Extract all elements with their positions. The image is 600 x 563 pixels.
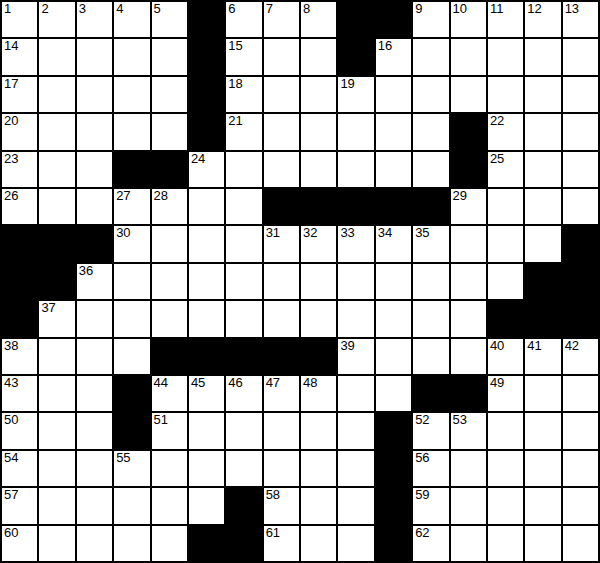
crossword-cell[interactable] bbox=[525, 413, 560, 448]
crossword-cell[interactable] bbox=[77, 339, 112, 374]
clue-number: 5 bbox=[154, 2, 161, 17]
crossword-cell[interactable] bbox=[189, 488, 224, 523]
crossword-cell[interactable]: 11 bbox=[488, 2, 523, 37]
crossword-cell[interactable] bbox=[413, 264, 448, 299]
crossword-cell[interactable] bbox=[114, 39, 149, 74]
crossword-cell[interactable]: 48 bbox=[301, 376, 336, 411]
clue-number: 28 bbox=[154, 189, 168, 204]
crossword-cell[interactable] bbox=[189, 189, 224, 224]
black-cell bbox=[563, 264, 598, 299]
crossword-cell[interactable] bbox=[152, 39, 187, 74]
crossword-cell[interactable] bbox=[525, 376, 560, 411]
clue-number: 36 bbox=[79, 264, 93, 279]
crossword-cell[interactable] bbox=[39, 339, 74, 374]
crossword-cell[interactable]: 57 bbox=[2, 488, 37, 523]
crossword-cell[interactable]: 34 bbox=[376, 226, 411, 261]
black-cell bbox=[525, 301, 560, 336]
clue-number: 9 bbox=[415, 2, 422, 17]
crossword-cell[interactable] bbox=[301, 77, 336, 112]
crossword-cell[interactable] bbox=[77, 301, 112, 336]
crossword-cell[interactable]: 19 bbox=[338, 77, 373, 112]
crossword-cell[interactable]: 18 bbox=[226, 77, 261, 112]
crossword-cell[interactable] bbox=[39, 413, 74, 448]
clue-number: 10 bbox=[453, 2, 467, 17]
crossword-cell[interactable]: 32 bbox=[301, 226, 336, 261]
crossword-cell[interactable] bbox=[563, 152, 598, 187]
crossword-cell[interactable]: 54 bbox=[2, 451, 37, 486]
crossword-cell[interactable] bbox=[152, 301, 187, 336]
clue-number: 3 bbox=[79, 2, 86, 17]
crossword-cell[interactable] bbox=[563, 114, 598, 149]
crossword-cell[interactable] bbox=[77, 413, 112, 448]
clue-number: 42 bbox=[565, 339, 579, 354]
crossword-cell[interactable]: 52 bbox=[413, 413, 448, 448]
crossword-cell[interactable]: 59 bbox=[413, 488, 448, 523]
crossword-cell[interactable] bbox=[488, 488, 523, 523]
clue-number: 18 bbox=[228, 77, 242, 92]
clue-number: 1 bbox=[4, 2, 11, 17]
crossword-cell[interactable]: 50 bbox=[2, 413, 37, 448]
crossword-cell[interactable] bbox=[77, 77, 112, 112]
crossword-cell[interactable]: 47 bbox=[264, 376, 299, 411]
clue-number: 51 bbox=[154, 413, 168, 428]
crossword-cell[interactable] bbox=[451, 488, 486, 523]
crossword-cell[interactable]: 35 bbox=[413, 226, 448, 261]
crossword-cell[interactable] bbox=[301, 114, 336, 149]
clue-number: 20 bbox=[4, 114, 18, 129]
black-cell bbox=[376, 451, 411, 486]
clue-number: 31 bbox=[266, 226, 280, 241]
crossword-cell[interactable] bbox=[525, 114, 560, 149]
black-cell bbox=[376, 189, 411, 224]
crossword-cell[interactable]: 2 bbox=[39, 2, 74, 37]
black-cell bbox=[2, 226, 37, 261]
crossword-cell[interactable] bbox=[226, 413, 261, 448]
crossword-cell[interactable] bbox=[39, 152, 74, 187]
crossword-cell[interactable] bbox=[264, 264, 299, 299]
crossword-cell[interactable] bbox=[488, 526, 523, 561]
crossword-cell[interactable] bbox=[39, 526, 74, 561]
clue-number: 6 bbox=[228, 2, 235, 17]
crossword-cell[interactable]: 56 bbox=[413, 451, 448, 486]
black-cell bbox=[226, 339, 261, 374]
crossword-cell[interactable] bbox=[39, 376, 74, 411]
crossword-cell[interactable] bbox=[301, 526, 336, 561]
crossword-cell[interactable] bbox=[226, 264, 261, 299]
crossword-cell[interactable] bbox=[301, 413, 336, 448]
clue-number: 22 bbox=[490, 114, 504, 129]
clue-number: 16 bbox=[378, 39, 392, 54]
crossword-cell[interactable]: 24 bbox=[189, 152, 224, 187]
clue-number: 48 bbox=[303, 376, 317, 391]
crossword-cell[interactable] bbox=[376, 264, 411, 299]
crossword-cell[interactable] bbox=[77, 451, 112, 486]
crossword-cell[interactable] bbox=[77, 526, 112, 561]
crossword-cell[interactable] bbox=[338, 413, 373, 448]
crossword-cell[interactable]: 53 bbox=[451, 413, 486, 448]
crossword-cell[interactable] bbox=[114, 264, 149, 299]
clue-number: 8 bbox=[303, 2, 310, 17]
clue-number: 47 bbox=[266, 376, 280, 391]
crossword-cell[interactable] bbox=[338, 526, 373, 561]
black-cell bbox=[376, 413, 411, 448]
crossword-cell[interactable]: 39 bbox=[338, 339, 373, 374]
black-cell bbox=[301, 189, 336, 224]
clue-number: 41 bbox=[527, 339, 541, 354]
crossword-cell[interactable]: 29 bbox=[451, 189, 486, 224]
black-cell bbox=[338, 39, 373, 74]
crossword-cell[interactable] bbox=[226, 451, 261, 486]
clue-number: 40 bbox=[490, 339, 504, 354]
black-cell bbox=[189, 2, 224, 37]
crossword-cell[interactable]: 17 bbox=[2, 77, 37, 112]
crossword-cell[interactable] bbox=[114, 114, 149, 149]
crossword-cell[interactable] bbox=[152, 451, 187, 486]
crossword-cell[interactable]: 49 bbox=[488, 376, 523, 411]
crossword-cell[interactable]: 23 bbox=[2, 152, 37, 187]
black-cell bbox=[376, 526, 411, 561]
crossword-cell[interactable] bbox=[563, 451, 598, 486]
crossword-cell[interactable] bbox=[264, 152, 299, 187]
crossword-cell[interactable] bbox=[264, 77, 299, 112]
crossword-cell[interactable] bbox=[152, 488, 187, 523]
crossword-cell[interactable] bbox=[563, 77, 598, 112]
crossword-cell[interactable] bbox=[226, 301, 261, 336]
clue-number: 55 bbox=[116, 451, 130, 466]
crossword-cell[interactable] bbox=[376, 376, 411, 411]
crossword-cell[interactable]: 13 bbox=[563, 2, 598, 37]
crossword-cell[interactable] bbox=[301, 152, 336, 187]
crossword-cell[interactable] bbox=[563, 189, 598, 224]
crossword-cell[interactable] bbox=[77, 152, 112, 187]
crossword-cell[interactable]: 8 bbox=[301, 2, 336, 37]
crossword-cell[interactable] bbox=[525, 526, 560, 561]
crossword-cell[interactable]: 55 bbox=[114, 451, 149, 486]
black-cell bbox=[338, 189, 373, 224]
black-cell bbox=[114, 413, 149, 448]
clue-number: 56 bbox=[415, 451, 429, 466]
black-cell bbox=[2, 264, 37, 299]
crossword-cell[interactable] bbox=[525, 189, 560, 224]
crossword-cell[interactable]: 51 bbox=[152, 413, 187, 448]
clue-number: 37 bbox=[41, 301, 55, 316]
crossword-cell[interactable]: 62 bbox=[413, 526, 448, 561]
crossword-cell[interactable]: 1 bbox=[2, 2, 37, 37]
crossword-cell[interactable] bbox=[226, 226, 261, 261]
crossword-cell[interactable]: 7 bbox=[264, 2, 299, 37]
black-cell bbox=[189, 114, 224, 149]
crossword-cell[interactable]: 22 bbox=[488, 114, 523, 149]
crossword-cell[interactable]: 46 bbox=[226, 376, 261, 411]
clue-number: 45 bbox=[191, 376, 205, 391]
crossword-cell[interactable] bbox=[39, 77, 74, 112]
crossword-cell[interactable] bbox=[189, 264, 224, 299]
crossword-cell[interactable] bbox=[264, 451, 299, 486]
crossword-cell[interactable] bbox=[338, 301, 373, 336]
crossword-cell[interactable] bbox=[563, 413, 598, 448]
crossword-cell[interactable] bbox=[376, 114, 411, 149]
crossword-cell[interactable] bbox=[264, 114, 299, 149]
black-cell bbox=[376, 488, 411, 523]
crossword-cell[interactable] bbox=[189, 301, 224, 336]
crossword-cell[interactable] bbox=[563, 526, 598, 561]
clue-number: 46 bbox=[228, 376, 242, 391]
crossword-cell[interactable] bbox=[451, 451, 486, 486]
clue-number: 39 bbox=[340, 339, 354, 354]
clue-number: 25 bbox=[490, 152, 504, 167]
black-cell bbox=[114, 152, 149, 187]
crossword-cell[interactable] bbox=[376, 77, 411, 112]
black-cell bbox=[39, 264, 74, 299]
crossword-cell[interactable]: 16 bbox=[376, 39, 411, 74]
crossword-cell[interactable]: 41 bbox=[525, 339, 560, 374]
crossword-cell[interactable] bbox=[525, 488, 560, 523]
black-cell bbox=[451, 376, 486, 411]
clue-number: 54 bbox=[4, 451, 18, 466]
clue-number: 17 bbox=[4, 77, 18, 92]
crossword-cell[interactable] bbox=[77, 39, 112, 74]
black-cell bbox=[226, 526, 261, 561]
black-cell bbox=[488, 301, 523, 336]
crossword-cell[interactable] bbox=[451, 264, 486, 299]
crossword-cell[interactable]: 20 bbox=[2, 114, 37, 149]
clue-number: 60 bbox=[4, 526, 18, 541]
crossword-cell[interactable] bbox=[152, 264, 187, 299]
crossword-cell[interactable] bbox=[525, 77, 560, 112]
clue-number: 38 bbox=[4, 339, 18, 354]
clue-number: 23 bbox=[4, 152, 18, 167]
crossword-cell[interactable]: 61 bbox=[264, 526, 299, 561]
clue-number: 43 bbox=[4, 376, 18, 391]
black-cell bbox=[152, 339, 187, 374]
crossword-cell[interactable] bbox=[413, 301, 448, 336]
crossword-cell[interactable] bbox=[563, 376, 598, 411]
clue-number: 62 bbox=[415, 526, 429, 541]
crossword-cell[interactable]: 4 bbox=[114, 2, 149, 37]
black-cell bbox=[114, 376, 149, 411]
crossword-cell[interactable]: 9 bbox=[413, 2, 448, 37]
clue-number: 4 bbox=[116, 2, 123, 17]
crossword-cell[interactable]: 27 bbox=[114, 189, 149, 224]
crossword-cell[interactable] bbox=[525, 226, 560, 261]
crossword-cell[interactable] bbox=[39, 488, 74, 523]
crossword-cell[interactable] bbox=[264, 39, 299, 74]
crossword-cell[interactable] bbox=[264, 413, 299, 448]
crossword-cell[interactable] bbox=[376, 339, 411, 374]
crossword-cell[interactable] bbox=[77, 488, 112, 523]
clue-number: 57 bbox=[4, 488, 18, 503]
crossword-cell[interactable] bbox=[152, 526, 187, 561]
crossword-cell[interactable] bbox=[189, 413, 224, 448]
crossword-cell[interactable] bbox=[39, 114, 74, 149]
crossword-cell[interactable] bbox=[114, 301, 149, 336]
clue-number: 12 bbox=[527, 2, 541, 17]
crossword-cell[interactable] bbox=[488, 264, 523, 299]
crossword-cell[interactable]: 28 bbox=[152, 189, 187, 224]
crossword-cell[interactable] bbox=[488, 77, 523, 112]
crossword-cell[interactable] bbox=[488, 413, 523, 448]
crossword-cell[interactable] bbox=[338, 152, 373, 187]
crossword-cell[interactable] bbox=[114, 526, 149, 561]
black-cell bbox=[451, 114, 486, 149]
crossword-cell[interactable] bbox=[301, 264, 336, 299]
crossword-cell[interactable] bbox=[376, 301, 411, 336]
crossword-cell[interactable] bbox=[525, 451, 560, 486]
black-cell bbox=[264, 339, 299, 374]
black-cell bbox=[451, 152, 486, 187]
crossword-cell[interactable] bbox=[413, 152, 448, 187]
black-cell bbox=[189, 39, 224, 74]
clue-number: 52 bbox=[415, 413, 429, 428]
clue-number: 35 bbox=[415, 226, 429, 241]
clue-number: 50 bbox=[4, 413, 18, 428]
crossword-cell[interactable] bbox=[451, 301, 486, 336]
crossword-cell[interactable]: 60 bbox=[2, 526, 37, 561]
crossword-cell[interactable] bbox=[264, 301, 299, 336]
crossword-cell[interactable] bbox=[451, 77, 486, 112]
black-cell bbox=[563, 226, 598, 261]
crossword-cell[interactable] bbox=[338, 264, 373, 299]
crossword-cell[interactable] bbox=[413, 339, 448, 374]
clue-number: 53 bbox=[453, 413, 467, 428]
black-cell bbox=[226, 488, 261, 523]
clue-number: 19 bbox=[340, 77, 354, 92]
clue-number: 14 bbox=[4, 39, 18, 54]
crossword-cell[interactable]: 33 bbox=[338, 226, 373, 261]
crossword-cell[interactable] bbox=[152, 77, 187, 112]
crossword-cell[interactable]: 43 bbox=[2, 376, 37, 411]
crossword-cell[interactable]: 44 bbox=[152, 376, 187, 411]
crossword-cell[interactable] bbox=[338, 114, 373, 149]
black-cell bbox=[525, 264, 560, 299]
black-cell bbox=[301, 339, 336, 374]
crossword-cell[interactable]: 6 bbox=[226, 2, 261, 37]
crossword-cell[interactable] bbox=[114, 77, 149, 112]
black-cell bbox=[264, 189, 299, 224]
crossword-cell[interactable] bbox=[77, 189, 112, 224]
clue-number: 29 bbox=[453, 189, 467, 204]
clue-number: 33 bbox=[340, 226, 354, 241]
crossword-cell[interactable] bbox=[563, 488, 598, 523]
black-cell bbox=[2, 301, 37, 336]
clue-number: 2 bbox=[41, 2, 48, 17]
crossword-cell[interactable] bbox=[77, 376, 112, 411]
clue-number: 44 bbox=[154, 376, 168, 391]
crossword-cell[interactable]: 12 bbox=[525, 2, 560, 37]
clue-number: 26 bbox=[4, 189, 18, 204]
black-cell bbox=[189, 339, 224, 374]
crossword-cell[interactable] bbox=[451, 226, 486, 261]
crossword-cell[interactable] bbox=[488, 189, 523, 224]
crossword-cell[interactable]: 15 bbox=[226, 39, 261, 74]
clue-number: 24 bbox=[191, 152, 205, 167]
crossword-cell[interactable]: 5 bbox=[152, 2, 187, 37]
clue-number: 49 bbox=[490, 376, 504, 391]
crossword-cell[interactable] bbox=[525, 152, 560, 187]
crossword-cell[interactable] bbox=[152, 114, 187, 149]
crossword-cell[interactable] bbox=[301, 451, 336, 486]
black-cell bbox=[189, 526, 224, 561]
crossword-cell[interactable] bbox=[301, 488, 336, 523]
crossword-cell[interactable]: 10 bbox=[451, 2, 486, 37]
crossword-cell[interactable] bbox=[563, 39, 598, 74]
crossword-cell[interactable] bbox=[338, 488, 373, 523]
crossword-cell[interactable] bbox=[301, 301, 336, 336]
crossword-cell[interactable]: 21 bbox=[226, 114, 261, 149]
clue-number: 30 bbox=[116, 226, 130, 241]
crossword-cell[interactable] bbox=[39, 451, 74, 486]
crossword-cell[interactable]: 3 bbox=[77, 2, 112, 37]
crossword-cell[interactable] bbox=[301, 39, 336, 74]
crossword-cell[interactable] bbox=[189, 226, 224, 261]
crossword-cell[interactable]: 45 bbox=[189, 376, 224, 411]
crossword-cell[interactable] bbox=[413, 77, 448, 112]
clue-number: 27 bbox=[116, 189, 130, 204]
crossword-cell[interactable] bbox=[114, 488, 149, 523]
crossword-cell[interactable]: 36 bbox=[77, 264, 112, 299]
crossword-cell[interactable] bbox=[338, 451, 373, 486]
clue-number: 21 bbox=[228, 114, 242, 129]
crossword-cell[interactable]: 37 bbox=[39, 301, 74, 336]
clue-number: 58 bbox=[266, 488, 280, 503]
crossword-cell[interactable] bbox=[451, 526, 486, 561]
black-cell bbox=[376, 2, 411, 37]
clue-number: 32 bbox=[303, 226, 317, 241]
crossword-cell[interactable] bbox=[39, 39, 74, 74]
crossword-cell[interactable]: 31 bbox=[264, 226, 299, 261]
crossword-cell[interactable] bbox=[413, 114, 448, 149]
crossword-cell[interactable] bbox=[77, 114, 112, 149]
crossword-cell[interactable] bbox=[152, 226, 187, 261]
crossword-cell[interactable] bbox=[226, 189, 261, 224]
black-cell bbox=[189, 77, 224, 112]
crossword-cell[interactable] bbox=[189, 451, 224, 486]
crossword-cell[interactable] bbox=[114, 339, 149, 374]
clue-number: 59 bbox=[415, 488, 429, 503]
crossword-cell[interactable]: 30 bbox=[114, 226, 149, 261]
black-cell bbox=[563, 301, 598, 336]
black-cell bbox=[152, 152, 187, 187]
crossword-cell[interactable] bbox=[488, 226, 523, 261]
crossword-cell[interactable]: 26 bbox=[2, 189, 37, 224]
clue-number: 15 bbox=[228, 39, 242, 54]
clue-number: 61 bbox=[266, 526, 280, 541]
crossword-cell[interactable] bbox=[488, 451, 523, 486]
black-cell bbox=[338, 2, 373, 37]
crossword-cell[interactable] bbox=[338, 376, 373, 411]
clue-number: 7 bbox=[266, 2, 273, 17]
crossword-cell[interactable] bbox=[226, 152, 261, 187]
crossword-cell[interactable] bbox=[413, 39, 448, 74]
crossword-cell[interactable]: 14 bbox=[2, 39, 37, 74]
crossword-cell[interactable]: 25 bbox=[488, 152, 523, 187]
crossword-grid: 1234567891011121314151617181920212223242… bbox=[0, 0, 600, 563]
black-cell bbox=[413, 376, 448, 411]
crossword-cell[interactable] bbox=[451, 39, 486, 74]
black-cell bbox=[77, 226, 112, 261]
crossword-cell[interactable] bbox=[376, 152, 411, 187]
crossword-cell[interactable]: 42 bbox=[563, 339, 598, 374]
crossword-cell[interactable] bbox=[39, 189, 74, 224]
crossword-cell[interactable]: 58 bbox=[264, 488, 299, 523]
crossword-cell[interactable] bbox=[451, 339, 486, 374]
crossword-cell[interactable] bbox=[525, 39, 560, 74]
crossword-cell[interactable] bbox=[488, 39, 523, 74]
clue-number: 11 bbox=[490, 2, 504, 17]
clue-number: 34 bbox=[378, 226, 392, 241]
crossword-cell[interactable]: 38 bbox=[2, 339, 37, 374]
crossword-cell[interactable]: 40 bbox=[488, 339, 523, 374]
